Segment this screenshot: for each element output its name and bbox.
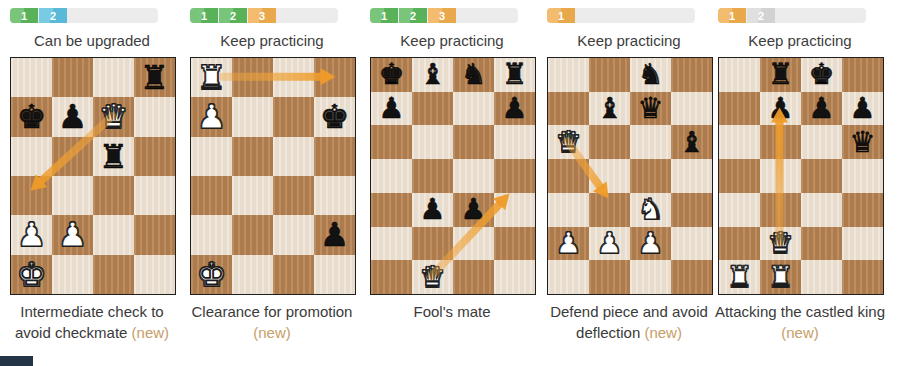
card-status-text: Keep practicing (362, 32, 542, 49)
light-square (671, 92, 712, 126)
card-status-text: Keep practicing (539, 32, 719, 49)
piece-wR: ♜ (768, 263, 794, 292)
tactic-card[interactable]: 123Keep practicing♜♟♚♟♚Clearance for pro… (190, 0, 354, 366)
piece-bK: ♚ (379, 60, 405, 89)
dark-square: ♛ (842, 125, 883, 159)
tactics-dashboard: 12Can be upgraded♜♚♟♛♜♟♟♚Intermediate ch… (0, 0, 897, 366)
piece-bP: ♟ (420, 195, 446, 224)
chess-board[interactable]: ♞♝♛♛♝♞♟♟♟ (547, 57, 713, 295)
light-square (232, 255, 273, 294)
repetition-progress-bar: 12 (718, 8, 866, 23)
dark-square (11, 176, 52, 215)
dark-square (273, 255, 314, 294)
dark-square (453, 125, 494, 159)
light-square: ♚ (314, 97, 355, 136)
tactic-name[interactable]: Clearance for promotion (192, 303, 353, 320)
dark-square (134, 137, 175, 176)
dark-square (412, 92, 453, 126)
light-square: ♜ (191, 58, 232, 97)
progress-step-badge: 1 (370, 8, 398, 23)
piece-wN: ♞ (638, 195, 664, 224)
new-label: (new) (781, 324, 819, 341)
piece-wR: ♜ (727, 263, 753, 292)
tactic-caption[interactable]: Intermediate check to avoid checkmate (n… (3, 301, 181, 343)
piece-bP: ♟ (502, 94, 528, 123)
light-square: ♛ (760, 227, 801, 261)
dark-square: ♟ (52, 215, 93, 254)
dark-square (273, 97, 314, 136)
tactic-card[interactable]: 12Keep practicing♜♚♟♟♟♛♛♜♜Attacking the … (718, 0, 882, 366)
dark-square: ♟ (548, 227, 589, 261)
light-square: ♟ (589, 227, 630, 261)
tactic-name[interactable]: Defend piece and avoid deflection (550, 303, 708, 341)
dark-square: ♚ (371, 58, 412, 92)
light-square: ♟ (11, 215, 52, 254)
piece-wP: ♟ (556, 229, 582, 258)
light-square (842, 159, 883, 193)
dark-square (232, 215, 273, 254)
dark-square (494, 227, 535, 261)
piece-wK: ♚ (17, 258, 47, 291)
piece-bP: ♟ (768, 94, 794, 123)
light-square (232, 97, 273, 136)
repetition-progress-bar: 123 (370, 8, 518, 23)
piece-bN: ♞ (461, 60, 487, 89)
dark-square: ♟ (630, 227, 671, 261)
light-square (314, 255, 355, 294)
light-square (548, 193, 589, 227)
tactic-caption[interactable]: Attacking the castled king (new) (711, 301, 889, 343)
progress-step-badge: 2 (219, 8, 247, 23)
dark-square (371, 260, 412, 294)
light-square (671, 227, 712, 261)
light-square (760, 159, 801, 193)
tactic-name[interactable]: Fool's mate (413, 303, 490, 320)
light-square: ♝ (589, 92, 630, 126)
tactic-caption[interactable]: Defend piece and avoid deflection (new) (540, 301, 718, 343)
dark-square (191, 176, 232, 215)
light-square (801, 125, 842, 159)
dark-square (548, 92, 589, 126)
dark-square (494, 159, 535, 193)
tactic-caption[interactable]: Fool's mate (363, 301, 541, 322)
tactic-card[interactable]: 123Keep practicing♚♝♞♜♟♟♟♟♛Fool's mate (370, 0, 534, 366)
light-square (134, 176, 175, 215)
chess-board[interactable]: ♚♝♞♜♟♟♟♟♛ (370, 57, 536, 295)
light-square: ♟ (52, 97, 93, 136)
light-square (93, 215, 134, 254)
card-status-text: Can be upgraded (2, 32, 182, 49)
piece-bP: ♟ (850, 94, 876, 123)
repetition-progress-bar: 1 (547, 8, 695, 23)
dark-square: ♟ (314, 215, 355, 254)
dark-square: ♟ (801, 92, 842, 126)
dark-square: ♚ (11, 255, 52, 294)
dark-square: ♜ (134, 58, 175, 97)
light-square (453, 92, 494, 126)
piece-wQ: ♛ (99, 100, 129, 133)
light-square: ♞ (630, 58, 671, 92)
dark-square (371, 193, 412, 227)
light-square (191, 215, 232, 254)
light-square: ♟ (412, 193, 453, 227)
dark-square: ♞ (453, 58, 494, 92)
light-square (453, 159, 494, 193)
piece-wK: ♚ (197, 258, 227, 291)
light-square: ♚ (801, 58, 842, 92)
piece-wR: ♜ (197, 61, 227, 94)
dark-square (719, 92, 760, 126)
dark-square: ♛ (93, 97, 134, 136)
dark-square: ♝ (671, 125, 712, 159)
chess-board[interactable]: ♜♚♟♟♟♛♛♜♜ (718, 57, 884, 295)
light-square: ♞ (630, 193, 671, 227)
repetition-progress-bar: 12 (10, 8, 158, 23)
light-square (801, 193, 842, 227)
light-square (671, 159, 712, 193)
light-square (630, 125, 671, 159)
light-square (11, 58, 52, 97)
progress-step-badge: 1 (190, 8, 218, 23)
piece-bQ: ♛ (638, 94, 664, 123)
piece-wQ: ♛ (768, 229, 794, 258)
progress-step-badge: 3 (428, 8, 456, 23)
dark-square (801, 159, 842, 193)
dark-square: ♚ (191, 255, 232, 294)
piece-wQ: ♛ (420, 263, 446, 292)
piece-wP: ♟ (638, 229, 664, 258)
dark-square (232, 58, 273, 97)
dark-square (671, 193, 712, 227)
light-square (494, 193, 535, 227)
dark-square (719, 159, 760, 193)
piece-wP: ♟ (58, 218, 88, 251)
light-square (52, 255, 93, 294)
dark-square (412, 227, 453, 261)
new-label: (new) (253, 324, 291, 341)
dark-square (760, 193, 801, 227)
repetition-progress-bar: 123 (190, 8, 338, 23)
light-square (134, 97, 175, 136)
dark-square (719, 227, 760, 261)
card-status-text: Keep practicing (710, 32, 890, 49)
tactic-name[interactable]: Attacking the castled king (715, 303, 885, 320)
piece-wQ: ♛ (556, 128, 582, 157)
dark-square (760, 125, 801, 159)
piece-wP: ♟ (17, 218, 47, 251)
light-square: ♜ (93, 137, 134, 176)
piece-bP: ♟ (809, 94, 835, 123)
piece-bP: ♟ (379, 94, 405, 123)
light-square (273, 137, 314, 176)
light-square (719, 125, 760, 159)
dark-square (589, 260, 630, 294)
dark-square: ♟ (453, 193, 494, 227)
light-square (52, 176, 93, 215)
light-square (494, 260, 535, 294)
dark-square (589, 58, 630, 92)
progress-step-badge: 1 (547, 8, 575, 23)
light-square: ♜ (719, 260, 760, 294)
dark-square (93, 176, 134, 215)
tactic-card[interactable]: 12Can be upgraded♜♚♟♛♜♟♟♚Intermediate ch… (10, 0, 174, 366)
light-square: ♟ (371, 92, 412, 126)
card-status-text: Keep practicing (182, 32, 362, 49)
light-square: ♜ (494, 58, 535, 92)
light-square (842, 227, 883, 261)
light-square (314, 176, 355, 215)
light-square (801, 260, 842, 294)
dark-square (671, 260, 712, 294)
progress-step-badge: 3 (248, 8, 276, 23)
progress-step-badge: 1 (10, 8, 38, 23)
light-square (93, 58, 134, 97)
dark-square (671, 58, 712, 92)
dark-square: ♛ (630, 92, 671, 126)
dark-square: ♜ (760, 58, 801, 92)
light-square (719, 193, 760, 227)
piece-bQ: ♛ (850, 128, 876, 157)
dark-square (412, 159, 453, 193)
piece-wP: ♟ (597, 229, 623, 258)
tactic-caption[interactable]: Clearance for promotion (new) (183, 301, 361, 343)
tactic-card[interactable]: 1Keep practicing♞♝♛♛♝♞♟♟♟Defend piece an… (547, 0, 711, 366)
light-square (273, 58, 314, 97)
light-square (630, 260, 671, 294)
light-square (719, 58, 760, 92)
dark-square (93, 255, 134, 294)
piece-bK: ♚ (17, 100, 47, 133)
dark-square (314, 58, 355, 97)
light-square (589, 159, 630, 193)
dark-square (842, 260, 883, 294)
light-square (371, 159, 412, 193)
dark-square (371, 125, 412, 159)
light-square (412, 125, 453, 159)
dark-square: ♜ (760, 260, 801, 294)
light-square (548, 58, 589, 92)
progress-step-badge: 2 (747, 8, 775, 23)
piece-bR: ♜ (140, 61, 170, 94)
piece-bR: ♜ (768, 60, 794, 89)
footer-strip (0, 356, 33, 366)
dark-square (801, 227, 842, 261)
dark-square (453, 260, 494, 294)
piece-bB: ♝ (420, 60, 446, 89)
dark-square (52, 137, 93, 176)
progress-step-badge: 1 (718, 8, 746, 23)
dark-square (589, 193, 630, 227)
light-square (191, 137, 232, 176)
dark-square (842, 193, 883, 227)
dark-square (314, 137, 355, 176)
light-square (494, 125, 535, 159)
light-square (453, 227, 494, 261)
dark-square (630, 159, 671, 193)
light-square: ♟ (760, 92, 801, 126)
light-square: ♛ (548, 125, 589, 159)
dark-square: ♟ (191, 97, 232, 136)
dark-square (52, 58, 93, 97)
piece-bB: ♝ (597, 94, 623, 123)
piece-bP: ♟ (461, 195, 487, 224)
dark-square (232, 137, 273, 176)
piece-bK: ♚ (320, 100, 350, 133)
dark-square (273, 176, 314, 215)
light-square (371, 227, 412, 261)
piece-bR: ♜ (502, 60, 528, 89)
piece-wP: ♟ (197, 100, 227, 133)
light-square (273, 215, 314, 254)
new-label: (new) (132, 324, 170, 341)
new-label: (new) (644, 324, 682, 341)
dark-square (134, 215, 175, 254)
chess-board[interactable]: ♜♚♟♛♜♟♟♚ (10, 57, 176, 295)
light-square (11, 137, 52, 176)
progress-step-badge: 2 (399, 8, 427, 23)
piece-bB: ♝ (679, 128, 705, 157)
dark-square: ♟ (494, 92, 535, 126)
dark-square (548, 159, 589, 193)
light-square (134, 255, 175, 294)
light-square: ♛ (412, 260, 453, 294)
chess-board[interactable]: ♜♟♚♟♚ (190, 57, 356, 295)
progress-step-badge: 2 (39, 8, 67, 23)
light-square (548, 260, 589, 294)
dark-square: ♚ (11, 97, 52, 136)
piece-bP: ♟ (58, 100, 88, 133)
piece-bR: ♜ (99, 140, 129, 173)
dark-square (589, 125, 630, 159)
piece-bP: ♟ (320, 218, 350, 251)
piece-bK: ♚ (809, 60, 835, 89)
dark-square (842, 58, 883, 92)
light-square: ♝ (412, 58, 453, 92)
light-square (232, 176, 273, 215)
piece-bN: ♞ (638, 60, 664, 89)
light-square: ♟ (842, 92, 883, 126)
